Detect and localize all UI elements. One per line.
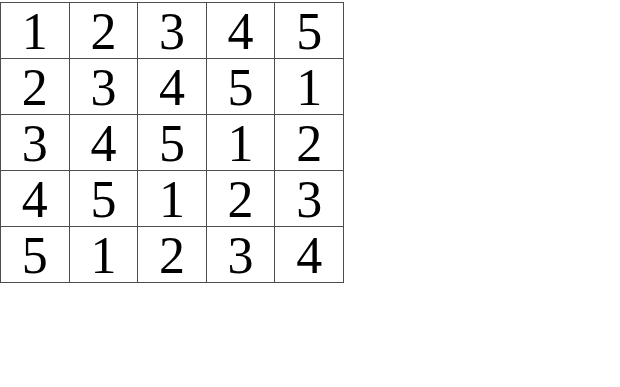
cell-r2c1[interactable]: 2 (1, 59, 70, 115)
cell-r1c3[interactable]: 3 (138, 3, 207, 59)
cell-r4c2[interactable]: 5 (70, 171, 139, 227)
cell-r1c1[interactable]: 1 (1, 3, 70, 59)
cell-r2c5[interactable]: 1 (275, 59, 344, 115)
cell-r5c5[interactable]: 4 (275, 227, 344, 283)
cell-r1c5[interactable]: 5 (275, 3, 344, 59)
cell-r1c4[interactable]: 4 (207, 3, 276, 59)
cell-r2c2[interactable]: 3 (70, 59, 139, 115)
cell-r2c3[interactable]: 4 (138, 59, 207, 115)
cell-r5c2[interactable]: 1 (70, 227, 139, 283)
cell-r5c3[interactable]: 2 (138, 227, 207, 283)
cell-r3c1[interactable]: 3 (1, 115, 70, 171)
cell-r5c4[interactable]: 3 (207, 227, 276, 283)
cell-r4c1[interactable]: 4 (1, 171, 70, 227)
cell-r4c4[interactable]: 2 (207, 171, 276, 227)
latin-square-board: 1 2 3 4 5 2 3 4 5 1 3 4 5 1 2 4 5 1 2 3 … (0, 2, 344, 283)
cell-r3c2[interactable]: 4 (70, 115, 139, 171)
cell-r3c4[interactable]: 1 (207, 115, 276, 171)
cell-r4c5[interactable]: 3 (275, 171, 344, 227)
cell-r2c4[interactable]: 5 (207, 59, 276, 115)
cell-r4c3[interactable]: 1 (138, 171, 207, 227)
cell-r3c3[interactable]: 5 (138, 115, 207, 171)
cell-r1c2[interactable]: 2 (70, 3, 139, 59)
cell-r3c5[interactable]: 2 (275, 115, 344, 171)
cell-r5c1[interactable]: 5 (1, 227, 70, 283)
